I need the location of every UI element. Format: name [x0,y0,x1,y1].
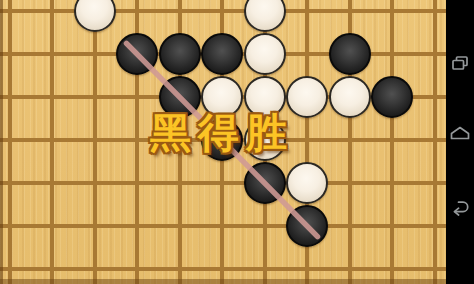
result-banner: 黑得胜 [150,110,294,156]
grid-line-vertical-9 [390,0,394,284]
recent-apps-button[interactable] [446,48,474,78]
stone-black-c5r1 [201,33,243,75]
grid-line-horizontal-5 [0,224,446,228]
stone-black-c9r2 [371,76,413,118]
stone-white-c6r1 [244,33,286,75]
stone-white-c6r0 [244,0,286,32]
back-button[interactable] [446,192,474,222]
stone-black-c8r1 [329,33,371,75]
screen-edge-shade-bottom [0,279,446,284]
grid-line-horizontal-0 [0,9,446,13]
home-button[interactable] [446,118,474,148]
stone-black-c6r4 [244,162,286,204]
home-icon [448,122,472,144]
recent-apps-icon [449,52,471,74]
grid-line-vertical-1 [50,0,54,284]
stone-white-c7r4 [286,162,328,204]
android-screen: 黑得胜 [0,0,474,284]
grid-line-horizontal-6 [0,267,446,271]
screen-edge-shade-left [0,0,3,284]
grid-line-vertical-0 [8,0,12,284]
grid-line-horizontal-4 [0,181,446,185]
stone-white-c8r2 [329,76,371,118]
grid-line-vertical-2 [93,0,97,284]
stone-black-c3r1 [116,33,158,75]
android-navbar [446,0,474,284]
stone-black-c7r5 [286,205,328,247]
stone-black-c4r1 [159,33,201,75]
back-icon [448,196,472,218]
grid-line-vertical-10 [433,0,437,284]
gomoku-board[interactable]: 黑得胜 [0,0,446,284]
stone-white-c2r0 [74,0,116,32]
